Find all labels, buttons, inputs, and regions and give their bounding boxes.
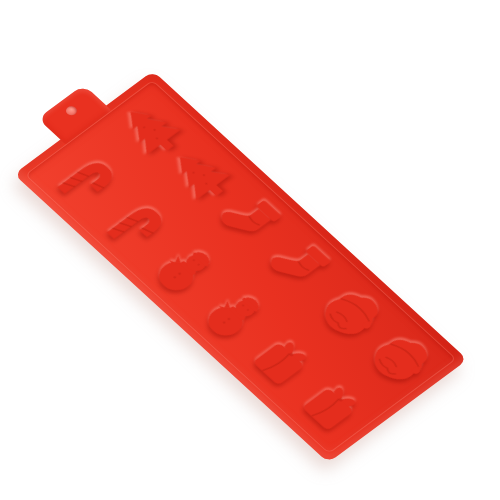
silicone-mold	[14, 71, 468, 463]
cavity-grid	[29, 84, 455, 452]
photo-background	[0, 0, 500, 500]
hanging-hole	[64, 104, 79, 117]
